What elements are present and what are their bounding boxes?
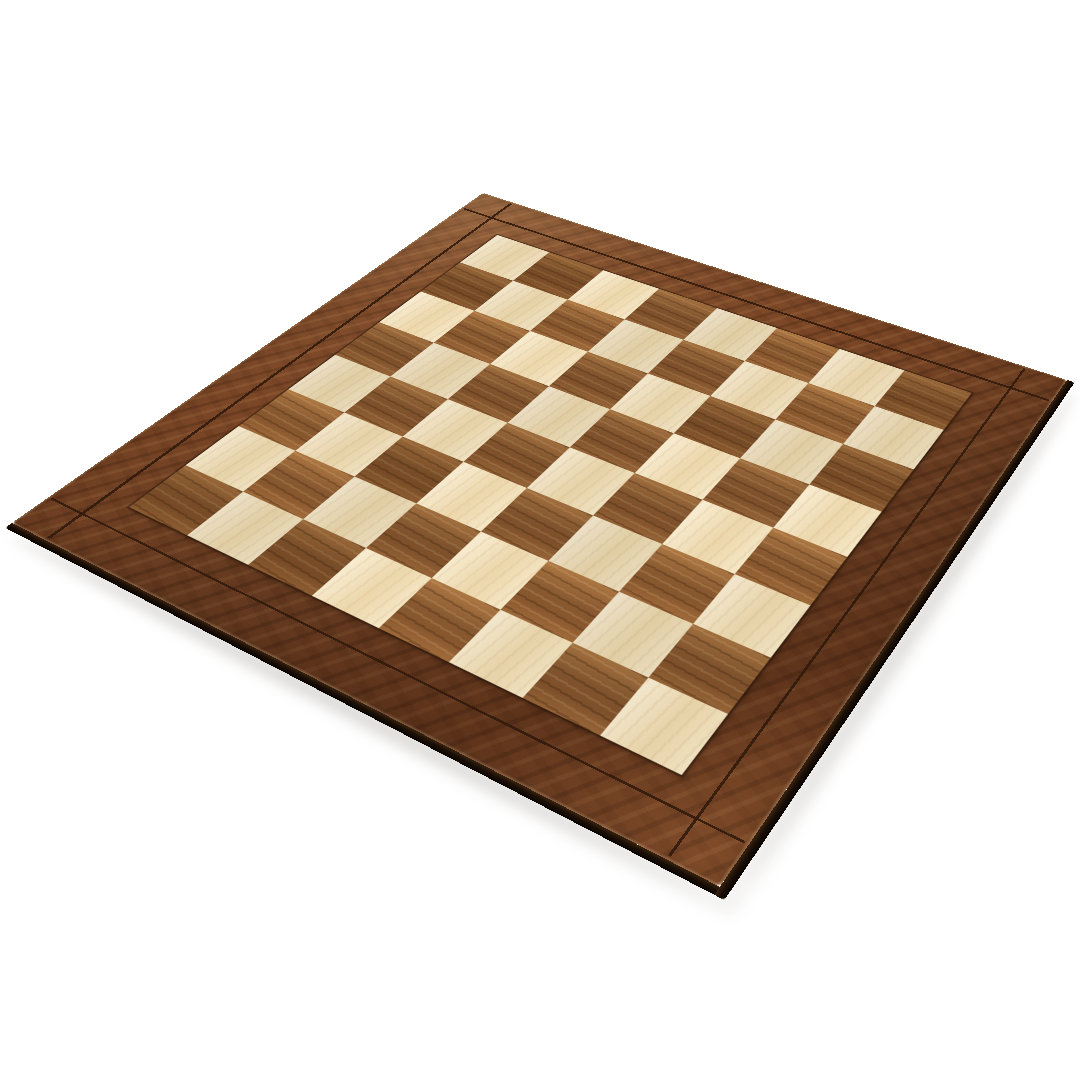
chess-board — [12, 193, 1067, 887]
playing-area — [129, 235, 972, 775]
scene — [0, 0, 1080, 1080]
